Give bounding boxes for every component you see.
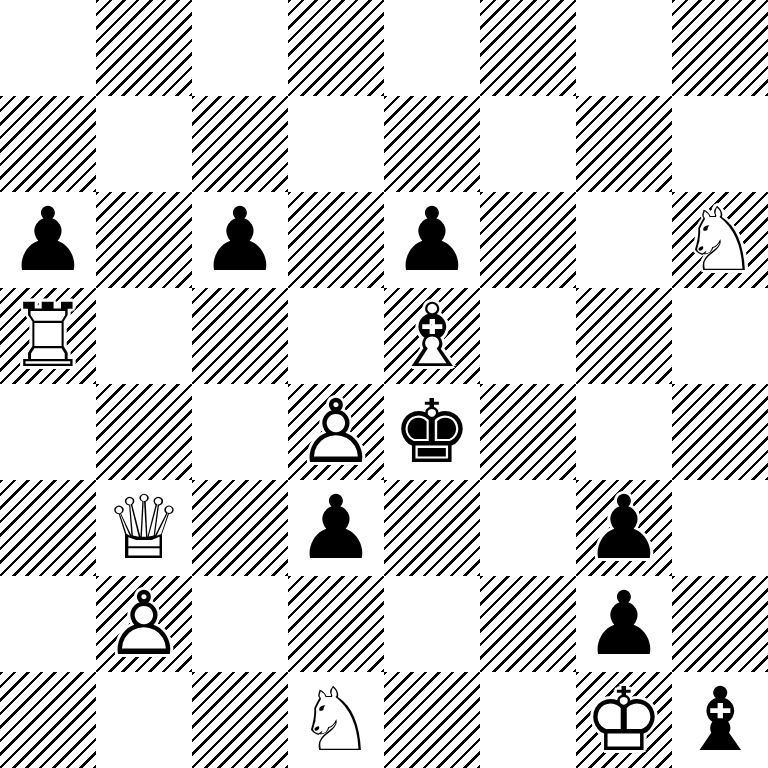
square-h6[interactable]: ♞♘ [672, 192, 768, 288]
square-h1[interactable]: ♝♝ [672, 672, 768, 768]
black-pawn-halo: ♟ [576, 576, 672, 672]
square-b1[interactable] [96, 672, 192, 768]
square-c1[interactable] [192, 672, 288, 768]
square-a8[interactable] [0, 0, 96, 96]
white-king-icon: ♔ [576, 672, 672, 768]
square-g1[interactable]: ♚♔ [576, 672, 672, 768]
chess-board: ♟♟♟♟♟♟♞♘♜♖♝♗♟♙♚♚♛♕♟♟♟♟♟♙♟♟♞♘♚♔♝♝ [0, 0, 768, 768]
square-b3[interactable]: ♛♕ [96, 480, 192, 576]
square-d3[interactable]: ♟♟ [288, 480, 384, 576]
black-pawn-halo: ♟ [576, 480, 672, 576]
white-queen-icon: ♕ [96, 480, 192, 576]
square-d5[interactable] [288, 288, 384, 384]
white-bishop-halo: ♝ [384, 288, 480, 384]
piece-white-king: ♚♔ [576, 672, 672, 768]
square-e8[interactable] [384, 0, 480, 96]
square-f7[interactable] [480, 96, 576, 192]
square-b4[interactable] [96, 384, 192, 480]
black-pawn-icon: ♟ [288, 480, 384, 576]
piece-white-pawn: ♟♙ [96, 576, 192, 672]
square-c6[interactable]: ♟♟ [192, 192, 288, 288]
square-d1[interactable]: ♞♘ [288, 672, 384, 768]
black-pawn-halo: ♟ [384, 192, 480, 288]
square-h4[interactable] [672, 384, 768, 480]
square-d4[interactable]: ♟♙ [288, 384, 384, 480]
square-a3[interactable] [0, 480, 96, 576]
square-h7[interactable] [672, 96, 768, 192]
black-pawn-icon: ♟ [384, 192, 480, 288]
white-knight-icon: ♘ [672, 192, 768, 288]
piece-black-bishop: ♝♝ [672, 672, 768, 768]
square-a4[interactable] [0, 384, 96, 480]
piece-white-rook: ♜♖ [0, 288, 96, 384]
square-h8[interactable] [672, 0, 768, 96]
black-pawn-icon: ♟ [192, 192, 288, 288]
black-pawn-icon: ♟ [576, 480, 672, 576]
square-a7[interactable] [0, 96, 96, 192]
piece-black-king: ♚♚ [384, 384, 480, 480]
square-d7[interactable] [288, 96, 384, 192]
black-king-icon: ♚ [384, 384, 480, 480]
piece-white-knight: ♞♘ [288, 672, 384, 768]
square-e2[interactable] [384, 576, 480, 672]
square-a2[interactable] [0, 576, 96, 672]
white-rook-icon: ♖ [0, 288, 96, 384]
square-g2[interactable]: ♟♟ [576, 576, 672, 672]
square-b2[interactable]: ♟♙ [96, 576, 192, 672]
square-d2[interactable] [288, 576, 384, 672]
square-f3[interactable] [480, 480, 576, 576]
piece-black-pawn: ♟♟ [576, 576, 672, 672]
square-f4[interactable] [480, 384, 576, 480]
square-a1[interactable] [0, 672, 96, 768]
white-knight-halo: ♞ [288, 672, 384, 768]
square-f2[interactable] [480, 576, 576, 672]
piece-black-pawn: ♟♟ [576, 480, 672, 576]
square-b6[interactable] [96, 192, 192, 288]
square-g3[interactable]: ♟♟ [576, 480, 672, 576]
square-g8[interactable] [576, 0, 672, 96]
square-c2[interactable] [192, 576, 288, 672]
black-pawn-halo: ♟ [192, 192, 288, 288]
square-e1[interactable] [384, 672, 480, 768]
square-a6[interactable]: ♟♟ [0, 192, 96, 288]
square-f5[interactable] [480, 288, 576, 384]
square-c8[interactable] [192, 0, 288, 96]
square-e4[interactable]: ♚♚ [384, 384, 480, 480]
square-d6[interactable] [288, 192, 384, 288]
black-pawn-icon: ♟ [576, 576, 672, 672]
square-a5[interactable]: ♜♖ [0, 288, 96, 384]
square-e3[interactable] [384, 480, 480, 576]
square-g5[interactable] [576, 288, 672, 384]
square-b5[interactable] [96, 288, 192, 384]
black-bishop-halo: ♝ [672, 672, 768, 768]
piece-black-pawn: ♟♟ [0, 192, 96, 288]
white-pawn-icon: ♙ [96, 576, 192, 672]
square-b8[interactable] [96, 0, 192, 96]
square-c4[interactable] [192, 384, 288, 480]
square-f1[interactable] [480, 672, 576, 768]
white-knight-halo: ♞ [672, 192, 768, 288]
white-knight-icon: ♘ [288, 672, 384, 768]
white-pawn-icon: ♙ [288, 384, 384, 480]
square-h2[interactable] [672, 576, 768, 672]
square-e5[interactable]: ♝♗ [384, 288, 480, 384]
piece-white-bishop: ♝♗ [384, 288, 480, 384]
black-bishop-icon: ♝ [672, 672, 768, 768]
square-e6[interactable]: ♟♟ [384, 192, 480, 288]
square-g4[interactable] [576, 384, 672, 480]
square-h5[interactable] [672, 288, 768, 384]
white-pawn-halo: ♟ [96, 576, 192, 672]
square-h3[interactable] [672, 480, 768, 576]
white-bishop-icon: ♗ [384, 288, 480, 384]
white-king-halo: ♚ [576, 672, 672, 768]
square-c5[interactable] [192, 288, 288, 384]
black-pawn-halo: ♟ [288, 480, 384, 576]
black-pawn-icon: ♟ [0, 192, 96, 288]
white-rook-halo: ♜ [0, 288, 96, 384]
black-pawn-halo: ♟ [0, 192, 96, 288]
square-b7[interactable] [96, 96, 192, 192]
square-g7[interactable] [576, 96, 672, 192]
piece-black-pawn: ♟♟ [384, 192, 480, 288]
white-pawn-halo: ♟ [288, 384, 384, 480]
white-queen-halo: ♛ [96, 480, 192, 576]
square-g6[interactable] [576, 192, 672, 288]
piece-white-pawn: ♟♙ [288, 384, 384, 480]
square-e7[interactable] [384, 96, 480, 192]
square-f6[interactable] [480, 192, 576, 288]
square-c7[interactable] [192, 96, 288, 192]
piece-white-knight: ♞♘ [672, 192, 768, 288]
piece-white-queen: ♛♕ [96, 480, 192, 576]
black-king-halo: ♚ [384, 384, 480, 480]
piece-black-pawn: ♟♟ [192, 192, 288, 288]
piece-black-pawn: ♟♟ [288, 480, 384, 576]
square-f8[interactable] [480, 0, 576, 96]
square-c3[interactable] [192, 480, 288, 576]
square-d8[interactable] [288, 0, 384, 96]
